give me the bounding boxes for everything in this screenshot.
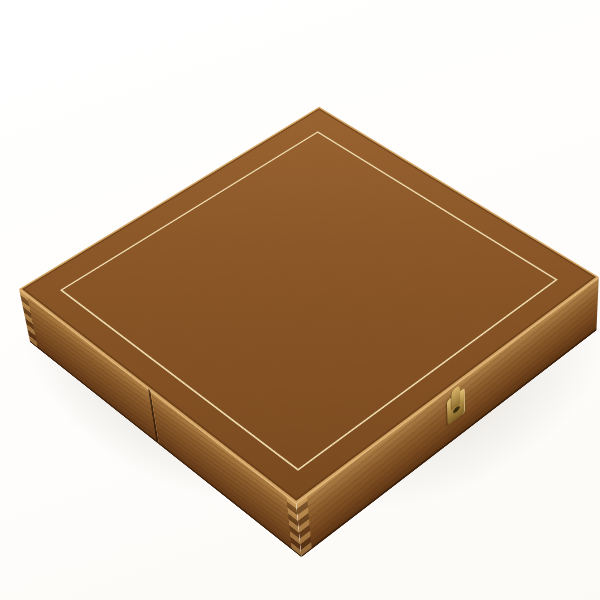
- board-surface: [19, 107, 599, 503]
- chess-box: [19, 107, 599, 503]
- box-fold-seam: [148, 389, 159, 444]
- scene-3d: [100, 74, 518, 492]
- product-photo-chess-set: [0, 0, 600, 600]
- camera-tilt: [0, 0, 600, 600]
